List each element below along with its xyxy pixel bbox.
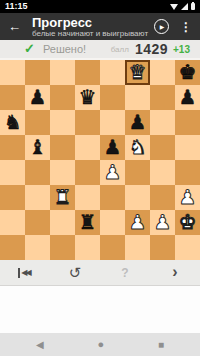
square-f8[interactable]: ♛ xyxy=(125,60,150,85)
solved-check-icon: ✓ xyxy=(24,40,35,58)
skip-to-start-button[interactable]: ◀◀ xyxy=(0,260,50,285)
hint-icon: ? xyxy=(121,266,128,280)
square-c3[interactable]: ♜ xyxy=(50,185,75,210)
square-c5[interactable] xyxy=(50,135,75,160)
piece-black-king: ♚ xyxy=(179,60,197,85)
square-a2[interactable] xyxy=(0,210,25,235)
square-g1[interactable] xyxy=(150,235,175,260)
square-f4[interactable] xyxy=(125,160,150,185)
square-a5[interactable] xyxy=(0,135,25,160)
square-b6[interactable] xyxy=(25,110,50,135)
square-f1[interactable] xyxy=(125,235,150,260)
square-e5[interactable]: ♟ xyxy=(100,135,125,160)
square-b3[interactable] xyxy=(25,185,50,210)
square-c8[interactable] xyxy=(50,60,75,85)
playback-toolbar: ◀◀ ↺ ? › xyxy=(0,260,200,286)
square-b7[interactable]: ♟ xyxy=(25,85,50,110)
play-button[interactable]: ▶ xyxy=(154,19,169,34)
piece-black-bishop: ♝ xyxy=(29,135,47,160)
piece-black-pawn: ♟ xyxy=(29,85,47,110)
piece-white-pawn: ♟ xyxy=(154,210,172,235)
square-a7[interactable] xyxy=(0,85,25,110)
next-button[interactable]: › xyxy=(150,260,200,285)
square-g5[interactable] xyxy=(150,135,175,160)
overflow-menu-icon[interactable]: ⋮ xyxy=(178,21,194,33)
square-e3[interactable] xyxy=(100,185,125,210)
app-bar: ← Прогресс белые начинают и выигрывают ▶… xyxy=(0,13,200,40)
square-a6[interactable]: ♞ xyxy=(0,110,25,135)
square-f5[interactable]: ♞ xyxy=(125,135,150,160)
square-d7[interactable]: ♛ xyxy=(75,85,100,110)
piece-black-pawn: ♟ xyxy=(179,85,197,110)
piece-white-pawn: ♟ xyxy=(104,160,122,185)
next-icon: › xyxy=(172,264,177,280)
square-d2[interactable]: ♜ xyxy=(75,210,100,235)
square-c4[interactable] xyxy=(50,160,75,185)
square-g2[interactable]: ♟ xyxy=(150,210,175,235)
android-nav-bar: ◀ ● ■ xyxy=(0,333,200,356)
piece-black-rook: ♜ xyxy=(79,210,97,235)
nav-back-icon[interactable]: ◀ xyxy=(36,333,44,356)
page-subtitle: белые начинают и выигрывают xyxy=(32,29,154,38)
result-bar: ✓ Решено! балл 1429 +13 xyxy=(0,40,200,58)
square-g3[interactable] xyxy=(150,185,175,210)
undo-icon: ↺ xyxy=(69,265,82,281)
square-h2[interactable]: ♚ xyxy=(175,210,200,235)
square-e8[interactable] xyxy=(100,60,125,85)
piece-white-queen: ♛ xyxy=(129,60,147,85)
rating-value: 1429 xyxy=(135,41,168,57)
page-title: Прогресс xyxy=(32,16,154,29)
square-a8[interactable] xyxy=(0,60,25,85)
piece-black-knight: ♞ xyxy=(4,110,22,135)
square-c1[interactable] xyxy=(50,235,75,260)
square-d6[interactable] xyxy=(75,110,100,135)
piece-white-pawn: ♟ xyxy=(179,185,197,210)
solved-label: Решено! xyxy=(43,43,86,55)
square-h1[interactable] xyxy=(175,235,200,260)
piece-black-queen: ♛ xyxy=(79,85,97,110)
square-g8[interactable] xyxy=(150,60,175,85)
square-c2[interactable] xyxy=(50,210,75,235)
square-b1[interactable] xyxy=(25,235,50,260)
square-f7[interactable] xyxy=(125,85,150,110)
square-h5[interactable] xyxy=(175,135,200,160)
square-g6[interactable] xyxy=(150,110,175,135)
square-f3[interactable] xyxy=(125,185,150,210)
piece-white-knight: ♞ xyxy=(129,135,147,160)
score-label: балл xyxy=(111,45,129,54)
square-b8[interactable] xyxy=(25,60,50,85)
square-e7[interactable] xyxy=(100,85,125,110)
play-icon: ▶ xyxy=(160,24,165,30)
status-icons xyxy=(170,3,195,10)
square-e1[interactable] xyxy=(100,235,125,260)
square-f6[interactable]: ♟ xyxy=(125,110,150,135)
square-h8[interactable]: ♚ xyxy=(175,60,200,85)
piece-black-pawn: ♟ xyxy=(129,110,147,135)
square-c6[interactable] xyxy=(50,110,75,135)
title-block: Прогресс белые начинают и выигрывают xyxy=(32,16,154,38)
square-b2[interactable] xyxy=(25,210,50,235)
square-h4[interactable] xyxy=(175,160,200,185)
square-d1[interactable] xyxy=(75,235,100,260)
square-b4[interactable] xyxy=(25,160,50,185)
cell-signal-icon xyxy=(181,3,188,10)
nav-recents-icon[interactable]: ■ xyxy=(158,333,164,356)
content-gap xyxy=(0,286,200,333)
wifi-icon xyxy=(170,4,178,10)
square-f2[interactable]: ♟ xyxy=(125,210,150,235)
piece-black-pawn: ♟ xyxy=(104,135,122,160)
rating-delta: +13 xyxy=(173,44,190,55)
battery-icon xyxy=(191,3,195,10)
skip-to-start-icon: ◀◀ xyxy=(18,268,31,278)
piece-white-king: ♚ xyxy=(179,210,197,235)
chess-board: ♛♚♟♛♟♞♟♝♟♞♟♜♟♜♟♟♚ xyxy=(0,60,200,260)
undo-button[interactable]: ↺ xyxy=(50,260,100,285)
clock: 11:15 xyxy=(5,0,28,13)
square-b5[interactable]: ♝ xyxy=(25,135,50,160)
square-h6[interactable] xyxy=(175,110,200,135)
square-a4[interactable] xyxy=(0,160,25,185)
piece-white-rook: ♜ xyxy=(54,185,72,210)
square-h3[interactable]: ♟ xyxy=(175,185,200,210)
nav-home-icon[interactable]: ● xyxy=(98,333,105,356)
piece-white-pawn: ♟ xyxy=(129,210,147,235)
square-d4[interactable] xyxy=(75,160,100,185)
square-d5[interactable] xyxy=(75,135,100,160)
square-a3[interactable] xyxy=(0,185,25,210)
square-g4[interactable] xyxy=(150,160,175,185)
square-h7[interactable]: ♟ xyxy=(175,85,200,110)
square-e4[interactable]: ♟ xyxy=(100,160,125,185)
square-a1[interactable] xyxy=(0,235,25,260)
square-g7[interactable] xyxy=(150,85,175,110)
status-bar: 11:15 xyxy=(0,0,200,13)
square-d3[interactable] xyxy=(75,185,100,210)
square-e6[interactable] xyxy=(100,110,125,135)
hint-button[interactable]: ? xyxy=(100,260,150,285)
back-arrow-icon[interactable]: ← xyxy=(8,19,32,34)
square-d8[interactable] xyxy=(75,60,100,85)
square-c7[interactable] xyxy=(50,85,75,110)
square-e2[interactable] xyxy=(100,210,125,235)
